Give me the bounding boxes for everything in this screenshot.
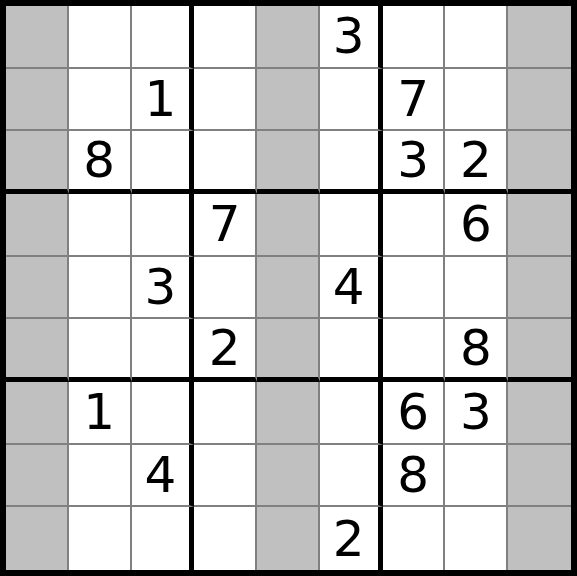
- sudoku-puzzle: 317832763428163482: [0, 0, 577, 576]
- cell-r7c7-given[interactable]: 6: [383, 382, 446, 445]
- cell-r3c8-given[interactable]: 2: [445, 131, 508, 194]
- cell-r4c7[interactable]: [383, 194, 446, 257]
- cell-r3c4[interactable]: [194, 131, 257, 194]
- cell-r2c8[interactable]: [445, 69, 508, 132]
- cell-r6c3[interactable]: [132, 319, 195, 382]
- cell-r8c5[interactable]: [257, 445, 320, 508]
- cell-r5c5[interactable]: [257, 257, 320, 320]
- cell-r5c4[interactable]: [194, 257, 257, 320]
- cell-r9c3[interactable]: [132, 507, 195, 570]
- cell-r1c7[interactable]: [383, 6, 446, 69]
- cell-r9c1[interactable]: [6, 507, 69, 570]
- cell-r6c2[interactable]: [69, 319, 132, 382]
- cell-r4c2[interactable]: [69, 194, 132, 257]
- cell-r6c5[interactable]: [257, 319, 320, 382]
- cell-r5c7[interactable]: [383, 257, 446, 320]
- cell-r3c1[interactable]: [6, 131, 69, 194]
- cell-r9c4[interactable]: [194, 507, 257, 570]
- cell-r7c5[interactable]: [257, 382, 320, 445]
- cell-r7c6[interactable]: [320, 382, 383, 445]
- cell-r2c7-given[interactable]: 7: [383, 69, 446, 132]
- cell-r6c9[interactable]: [508, 319, 571, 382]
- cell-r8c4[interactable]: [194, 445, 257, 508]
- cell-r6c7[interactable]: [383, 319, 446, 382]
- cell-r2c2[interactable]: [69, 69, 132, 132]
- cell-r7c4[interactable]: [194, 382, 257, 445]
- cell-r4c3[interactable]: [132, 194, 195, 257]
- cell-r7c1[interactable]: [6, 382, 69, 445]
- cell-r5c2[interactable]: [69, 257, 132, 320]
- cell-r3c3[interactable]: [132, 131, 195, 194]
- cell-r5c6-given[interactable]: 4: [320, 257, 383, 320]
- cell-r3c2-given[interactable]: 8: [69, 131, 132, 194]
- cell-r2c1[interactable]: [6, 69, 69, 132]
- cell-r1c5[interactable]: [257, 6, 320, 69]
- cell-r8c7-given[interactable]: 8: [383, 445, 446, 508]
- cell-r4c9[interactable]: [508, 194, 571, 257]
- cell-r5c3-given[interactable]: 3: [132, 257, 195, 320]
- cell-r4c4-given[interactable]: 7: [194, 194, 257, 257]
- cell-r4c8-given[interactable]: 6: [445, 194, 508, 257]
- cell-r2c5[interactable]: [257, 69, 320, 132]
- cell-r1c4[interactable]: [194, 6, 257, 69]
- cell-r2c9[interactable]: [508, 69, 571, 132]
- cell-r3c7-given[interactable]: 3: [383, 131, 446, 194]
- cell-r8c1[interactable]: [6, 445, 69, 508]
- cell-r5c8[interactable]: [445, 257, 508, 320]
- cell-r3c6[interactable]: [320, 131, 383, 194]
- cell-r3c9[interactable]: [508, 131, 571, 194]
- cell-r8c2[interactable]: [69, 445, 132, 508]
- cell-r8c9[interactable]: [508, 445, 571, 508]
- cell-r9c2[interactable]: [69, 507, 132, 570]
- cell-r8c8[interactable]: [445, 445, 508, 508]
- cell-r9c6-given[interactable]: 2: [320, 507, 383, 570]
- cell-r2c4[interactable]: [194, 69, 257, 132]
- cell-r1c3[interactable]: [132, 6, 195, 69]
- sudoku-board: 317832763428163482: [0, 0, 577, 576]
- cell-r7c8-given[interactable]: 3: [445, 382, 508, 445]
- cell-r4c5[interactable]: [257, 194, 320, 257]
- cell-r3c5[interactable]: [257, 131, 320, 194]
- cell-r1c9[interactable]: [508, 6, 571, 69]
- cell-r9c5[interactable]: [257, 507, 320, 570]
- cell-r6c6[interactable]: [320, 319, 383, 382]
- cell-r7c9[interactable]: [508, 382, 571, 445]
- cell-r9c7[interactable]: [383, 507, 446, 570]
- cell-r8c6[interactable]: [320, 445, 383, 508]
- cell-r7c3[interactable]: [132, 382, 195, 445]
- cell-r9c9[interactable]: [508, 507, 571, 570]
- cell-r6c4-given[interactable]: 2: [194, 319, 257, 382]
- cell-r8c3-given[interactable]: 4: [132, 445, 195, 508]
- cell-r5c1[interactable]: [6, 257, 69, 320]
- cell-r1c2[interactable]: [69, 6, 132, 69]
- cell-r1c8[interactable]: [445, 6, 508, 69]
- cell-r4c1[interactable]: [6, 194, 69, 257]
- cell-r1c1[interactable]: [6, 6, 69, 69]
- cell-r1c6-given[interactable]: 3: [320, 6, 383, 69]
- cell-r2c3-given[interactable]: 1: [132, 69, 195, 132]
- cell-r4c6[interactable]: [320, 194, 383, 257]
- cell-r6c1[interactable]: [6, 319, 69, 382]
- cell-r6c8-given[interactable]: 8: [445, 319, 508, 382]
- cell-r7c2-given[interactable]: 1: [69, 382, 132, 445]
- cell-r5c9[interactable]: [508, 257, 571, 320]
- cell-r2c6[interactable]: [320, 69, 383, 132]
- cell-r9c8[interactable]: [445, 507, 508, 570]
